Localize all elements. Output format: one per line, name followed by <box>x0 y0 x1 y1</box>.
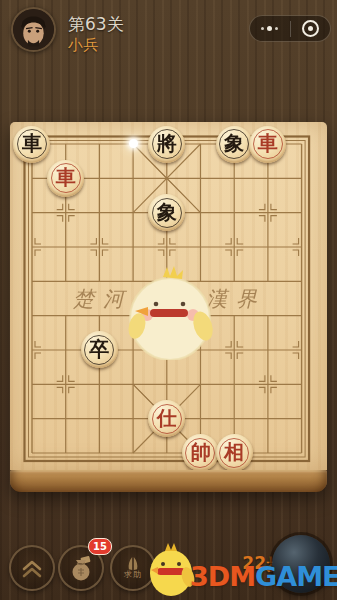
board-surface[interactable]: 楚河 漢界 車將象車車象卒仕帥相 <box>10 122 327 470</box>
piece-glyph: 象 <box>157 202 177 222</box>
avatar-portrait <box>13 9 54 50</box>
piece-red-elephant[interactable]: 相 <box>216 434 253 471</box>
xiangqi-board[interactable]: 楚河 漢界 車將象車車象卒仕帥相 <box>10 122 327 492</box>
piece-grid[interactable]: 車將象車車象卒仕帥相 <box>15 127 318 470</box>
piece-glyph: 車 <box>22 133 42 153</box>
piece-glyph: 象 <box>224 133 244 153</box>
piece-red-advisor[interactable]: 仕 <box>148 400 185 437</box>
piece-glyph: 相 <box>224 442 244 462</box>
chevron-up-icon <box>20 558 44 578</box>
piece-black-general[interactable]: 將 <box>148 126 185 163</box>
app-screen: 第63关 小兵 楚河 漢界 <box>0 0 337 600</box>
piece-glyph: 卒 <box>89 339 109 359</box>
player-avatar[interactable] <box>11 7 56 52</box>
piece-red-chariot[interactable]: 車 <box>249 126 286 163</box>
wechat-capsule <box>249 15 331 42</box>
piece-glyph: 車 <box>258 133 278 153</box>
more-icon <box>261 26 278 31</box>
level-title: 第63关 <box>68 13 124 36</box>
piece-glyph: 車 <box>56 167 76 187</box>
money-bag-icon <box>68 555 94 581</box>
piece-black-elephant[interactable]: 象 <box>216 126 253 163</box>
piece-glyph: 仕 <box>157 408 177 428</box>
close-button[interactable] <box>291 16 331 41</box>
exit-target-icon <box>302 20 319 37</box>
board-edge <box>10 470 327 492</box>
more-button[interactable] <box>250 16 290 41</box>
ask-help-button[interactable]: 求助 <box>110 545 156 591</box>
piece-black-elephant[interactable]: 象 <box>148 194 185 231</box>
piece-red-chariot[interactable]: 車 <box>47 160 84 197</box>
piece-glyph: 將 <box>157 133 177 153</box>
piece-red-general[interactable]: 帥 <box>182 434 219 471</box>
tip-count-badge: 15 <box>88 538 112 555</box>
piece-glyph: 帥 <box>190 442 210 462</box>
move-highlight-dot[interactable] <box>129 139 138 148</box>
rank-label: 小兵 <box>68 36 98 55</box>
piece-black-pawn[interactable]: 卒 <box>81 331 118 368</box>
ask-help-label: 求助 <box>124 569 142 580</box>
collapse-menu-button[interactable] <box>9 545 55 591</box>
dark-sphere-decoration <box>272 535 330 593</box>
piece-black-chariot[interactable]: 車 <box>13 126 50 163</box>
